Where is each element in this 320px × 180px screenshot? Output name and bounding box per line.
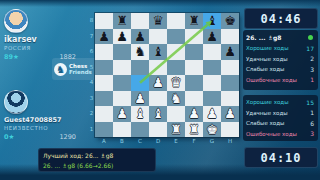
avatar-black[interactable] (4, 9, 28, 33)
square-c1[interactable] (131, 122, 149, 138)
piece-p-g7: ♟ (203, 29, 221, 45)
piece-k-h8: ♚ (221, 13, 239, 29)
square-a8[interactable] (95, 13, 113, 29)
piece-P-c3: ♟ (131, 91, 149, 107)
square-b1[interactable] (113, 122, 131, 138)
player-card-black: ikarsev РОССИЯ 89★ 1882 (4, 9, 90, 61)
square-f8[interactable]: ♜ (185, 13, 203, 29)
square-a5[interactable] (95, 60, 113, 76)
piece-P-h2: ♟ (221, 106, 239, 122)
square-g6[interactable] (203, 44, 221, 60)
square-f7[interactable] (185, 29, 203, 45)
square-f6[interactable] (185, 44, 203, 60)
square-c2[interactable]: ♝ (131, 106, 149, 122)
square-e1[interactable]: ♜ (167, 122, 185, 138)
piece-n-c6: ♞ (131, 44, 149, 60)
square-f1[interactable]: ♜ (185, 122, 203, 138)
piece-N-e3: ♞ (167, 91, 185, 107)
player-country-black: РОССИЯ (4, 45, 90, 51)
square-d2[interactable]: ♝ (149, 106, 167, 122)
player-rating-white: 1290 (59, 133, 82, 141)
square-h8[interactable]: ♚ (221, 13, 239, 29)
square-c3[interactable]: ♟ (131, 91, 149, 107)
square-g8[interactable]: ♝ (203, 13, 221, 29)
eval-change-text: 26. ... ♗g8 (6.66→2.66) (43, 161, 151, 171)
square-f2[interactable]: ♟ (185, 106, 203, 122)
square-e8[interactable] (167, 13, 185, 29)
piece-P-g2: ♟ (203, 106, 221, 122)
stat-row: Удачные ходы2 (246, 54, 315, 65)
player-card-white: Guest47008857 НЕИЗВЕСТНО 0★ 1290 (4, 90, 90, 141)
square-h6[interactable]: ♟ (221, 44, 239, 60)
stat-row: Ошибочные ходы1 (246, 75, 315, 86)
square-e2[interactable] (167, 106, 185, 122)
piece-p-h6: ♟ (221, 44, 239, 60)
square-c8[interactable] (131, 13, 149, 29)
avatar-white[interactable] (4, 90, 28, 114)
piece-p-b7: ♟ (113, 29, 131, 45)
piece-r-f8: ♜ (185, 13, 203, 29)
square-c4[interactable] (131, 75, 149, 91)
square-d1[interactable] (149, 122, 167, 138)
piece-p-c7: ♟ (131, 29, 149, 45)
stat-row: Хорошие ходы17 (246, 43, 315, 54)
square-e4[interactable]: ♛ (167, 75, 185, 91)
analysis-card-white: Хорошие ходы15Удачные ходы1Слабые ходы6О… (243, 95, 318, 141)
square-h7[interactable] (221, 29, 239, 45)
piece-K-g1: ♚ (203, 122, 221, 138)
square-e5[interactable] (167, 60, 185, 76)
square-b2[interactable]: ♟ (113, 106, 131, 122)
square-b6[interactable] (113, 44, 131, 60)
file-labels: ABCDEFGH (95, 138, 239, 145)
clock-black: 04:46 (244, 8, 318, 29)
square-d8[interactable]: ♛ (149, 13, 167, 29)
stat-row: Хорошие ходы15 (246, 97, 315, 108)
best-move-text: Лучший ход: 26... ♗g8 (43, 151, 151, 161)
square-d3[interactable] (149, 91, 167, 107)
square-d5[interactable] (149, 60, 167, 76)
square-c5[interactable] (131, 60, 149, 76)
square-d6[interactable]: ♝ (149, 44, 167, 60)
square-a1[interactable] (95, 122, 113, 138)
piece-R-e1: ♜ (167, 122, 185, 138)
piece-P-d4: ♟ (149, 75, 167, 91)
square-b7[interactable]: ♟ (113, 29, 131, 45)
player-name-black: ikarsev (4, 35, 90, 44)
square-g5[interactable] (203, 60, 221, 76)
stat-row: Слабые ходы6 (246, 118, 315, 129)
player-name-white: Guest47008857 (4, 116, 90, 124)
square-h2[interactable]: ♟ (221, 106, 239, 122)
square-c6[interactable]: ♞ (131, 44, 149, 60)
piece-B-d2: ♝ (149, 106, 167, 122)
player-country-white: НЕИЗВЕСТНО (4, 125, 90, 131)
square-a6[interactable] (95, 44, 113, 60)
star-icon: ★ (13, 53, 19, 61)
square-b5[interactable] (113, 60, 131, 76)
square-g3[interactable] (203, 91, 221, 107)
piece-Q-e4: ♛ (167, 75, 185, 91)
star-count-black: 89★ (4, 53, 19, 61)
square-b8[interactable]: ♜ (113, 13, 131, 29)
square-g4[interactable] (203, 75, 221, 91)
knight-icon: ♞ (54, 63, 67, 76)
square-b4[interactable] (113, 75, 131, 91)
star-count-white: 0★ (4, 133, 14, 141)
piece-r-b8: ♜ (113, 13, 131, 29)
piece-R-f1: ♜ (185, 122, 203, 138)
stat-row: Слабые ходы3 (246, 64, 315, 75)
square-f5[interactable] (185, 60, 203, 76)
stat-row: Ошибочные ходы3 (246, 129, 315, 140)
good-move-indicator-icon (308, 35, 313, 40)
clock-white: 04:10 (244, 147, 318, 168)
square-d4[interactable]: ♟ (149, 75, 167, 91)
square-g2[interactable]: ♟ (203, 106, 221, 122)
square-f4[interactable] (185, 75, 203, 91)
square-b3[interactable] (113, 91, 131, 107)
piece-b-g8: ♝ (203, 13, 221, 29)
last-move-label: 26. ... ♗g8 (246, 34, 282, 41)
stat-row: Удачные ходы1 (246, 108, 315, 119)
piece-P-f2: ♟ (185, 106, 203, 122)
analysis-card-black: 26. ... ♗g8 Хорошие ходы17Удачные ходы2С… (243, 30, 318, 90)
square-a2[interactable] (95, 106, 113, 122)
square-h1[interactable] (221, 122, 239, 138)
piece-q-d8: ♛ (149, 13, 167, 29)
rank-labels: 87654321 (89, 13, 94, 137)
square-a3[interactable] (95, 91, 113, 107)
square-f3[interactable] (185, 91, 203, 107)
top-strip (0, 0, 320, 7)
square-h3[interactable] (221, 91, 239, 107)
square-e7[interactable] (167, 29, 185, 45)
square-h4[interactable] (221, 75, 239, 91)
piece-P-b2: ♟ (113, 106, 131, 122)
piece-b-d6: ♝ (149, 44, 167, 60)
square-g7[interactable]: ♟ (203, 29, 221, 45)
square-g1[interactable]: ♚ (203, 122, 221, 138)
square-a4[interactable] (95, 75, 113, 91)
chess-board-wrap: 87654321 ♜♛♜♝♚♟♟♟♟♞♝♟♟♛♟♞♟♝♝♟♟♟♜♜♚ ABCDE… (95, 13, 239, 137)
piece-B-c2: ♝ (131, 106, 149, 122)
square-d7[interactable] (149, 29, 167, 45)
square-c7[interactable]: ♟ (131, 29, 149, 45)
square-h5[interactable] (221, 60, 239, 76)
piece-p-a7: ♟ (95, 29, 113, 45)
square-e6[interactable] (167, 44, 185, 60)
chess-board: ♜♛♜♝♚♟♟♟♟♞♝♟♟♛♟♞♟♝♝♟♟♟♜♜♚ (95, 13, 239, 137)
best-move-box: Лучший ход: 26... ♗g8 26. ... ♗g8 (6.66→… (38, 148, 156, 172)
square-e3[interactable]: ♞ (167, 91, 185, 107)
square-a7[interactable]: ♟ (95, 29, 113, 45)
star-icon: ★ (9, 133, 15, 141)
